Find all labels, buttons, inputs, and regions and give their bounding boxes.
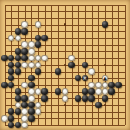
grid-line-horizontal — [5, 11, 126, 12]
white-stone[interactable] — [62, 88, 69, 95]
white-stone[interactable] — [68, 55, 75, 62]
white-stone[interactable] — [21, 108, 28, 115]
black-stone[interactable] — [28, 102, 35, 109]
white-stone[interactable] — [102, 82, 109, 89]
black-stone[interactable] — [15, 68, 22, 75]
star-point — [64, 64, 67, 67]
black-stone[interactable] — [41, 88, 48, 95]
white-stone[interactable] — [28, 48, 35, 55]
star-point — [104, 104, 107, 107]
grid-line-horizontal — [5, 72, 126, 73]
black-stone[interactable] — [102, 95, 109, 102]
black-stone[interactable] — [15, 62, 22, 69]
black-stone[interactable] — [75, 95, 82, 102]
black-stone[interactable] — [88, 95, 95, 102]
grid-line-vertical — [58, 5, 59, 126]
grid-line-horizontal — [5, 18, 126, 19]
black-stone[interactable] — [8, 68, 15, 75]
white-stone[interactable] — [35, 102, 42, 109]
white-stone[interactable] — [95, 88, 102, 95]
grid-line-vertical — [92, 5, 93, 126]
white-stone[interactable] — [21, 122, 28, 129]
grid-line-vertical — [5, 5, 6, 126]
white-stone[interactable] — [28, 88, 35, 95]
star-point — [104, 64, 107, 67]
black-stone[interactable] — [1, 82, 8, 89]
grid-line-vertical — [78, 5, 79, 126]
black-stone[interactable] — [82, 88, 89, 95]
black-stone[interactable] — [15, 48, 22, 55]
black-stone[interactable] — [1, 55, 8, 62]
black-stone[interactable] — [8, 62, 15, 69]
black-stone[interactable] — [95, 102, 102, 109]
black-stone[interactable] — [55, 88, 62, 95]
white-stone[interactable] — [28, 41, 35, 48]
black-stone[interactable] — [108, 82, 115, 89]
black-stone[interactable] — [21, 95, 28, 102]
white-stone[interactable] — [21, 82, 28, 89]
white-stone[interactable]: ▲ — [102, 75, 109, 82]
black-stone[interactable] — [28, 82, 35, 89]
black-stone[interactable] — [8, 55, 15, 62]
x-mark: ✕ — [82, 75, 89, 82]
black-stone[interactable] — [21, 28, 28, 35]
white-stone[interactable] — [35, 62, 42, 69]
black-stone[interactable] — [35, 35, 42, 42]
white-stone[interactable] — [35, 55, 42, 62]
white-stone[interactable] — [102, 88, 109, 95]
black-stone[interactable] — [41, 35, 48, 42]
white-stone[interactable] — [8, 35, 15, 42]
black-stone[interactable] — [41, 95, 48, 102]
white-stone[interactable] — [1, 115, 8, 122]
black-stone[interactable] — [15, 88, 22, 95]
white-stone[interactable] — [15, 35, 22, 42]
black-stone[interactable] — [28, 75, 35, 82]
white-stone[interactable] — [21, 62, 28, 69]
white-stone[interactable] — [21, 115, 28, 122]
white-stone[interactable] — [28, 55, 35, 62]
white-stone[interactable] — [95, 82, 102, 89]
grid-line-vertical — [125, 5, 126, 126]
black-stone[interactable] — [115, 82, 122, 89]
white-stone[interactable] — [21, 41, 28, 48]
black-stone[interactable]: ✕ — [82, 75, 89, 82]
star-point — [64, 104, 67, 107]
black-stone[interactable] — [68, 62, 75, 69]
black-stone[interactable] — [21, 48, 28, 55]
black-stone[interactable] — [28, 108, 35, 115]
black-stone[interactable] — [35, 68, 42, 75]
black-stone[interactable] — [8, 82, 15, 89]
black-stone[interactable] — [102, 21, 109, 28]
white-stone[interactable] — [88, 82, 95, 89]
white-stone[interactable] — [15, 102, 22, 109]
grid-line-vertical — [118, 5, 119, 126]
white-stone[interactable] — [28, 95, 35, 102]
triangle-mark: ▲ — [103, 76, 108, 81]
white-stone[interactable] — [28, 62, 35, 69]
white-stone[interactable] — [35, 21, 42, 28]
black-stone[interactable] — [21, 55, 28, 62]
star-point — [64, 23, 67, 26]
go-board[interactable]: ✕▲ — [0, 0, 130, 130]
black-stone[interactable] — [88, 88, 95, 95]
black-stone[interactable] — [15, 55, 22, 62]
black-stone[interactable] — [82, 62, 89, 69]
black-stone[interactable] — [82, 95, 89, 102]
grid-line-horizontal — [5, 38, 126, 39]
black-stone[interactable] — [8, 122, 15, 129]
black-stone[interactable] — [35, 41, 42, 48]
black-stone[interactable] — [28, 115, 35, 122]
grid-line-vertical — [45, 5, 46, 126]
black-stone[interactable] — [15, 95, 22, 102]
white-stone[interactable] — [35, 108, 42, 115]
black-stone[interactable] — [15, 108, 22, 115]
black-stone[interactable] — [75, 75, 82, 82]
white-stone[interactable] — [41, 55, 48, 62]
black-stone[interactable] — [55, 68, 62, 75]
white-stone[interactable] — [21, 21, 28, 28]
black-stone[interactable] — [8, 75, 15, 82]
grid-line-vertical — [51, 5, 52, 126]
white-stone[interactable] — [88, 68, 95, 75]
black-stone[interactable] — [15, 122, 22, 129]
grid-line-vertical — [112, 5, 113, 126]
black-stone[interactable] — [8, 108, 15, 115]
black-stone[interactable] — [8, 115, 15, 122]
white-stone[interactable] — [35, 88, 42, 95]
grid-line-horizontal — [5, 5, 126, 6]
black-stone[interactable] — [21, 102, 28, 109]
white-stone[interactable] — [62, 95, 69, 102]
black-stone[interactable] — [108, 88, 115, 95]
black-stone[interactable] — [15, 28, 22, 35]
